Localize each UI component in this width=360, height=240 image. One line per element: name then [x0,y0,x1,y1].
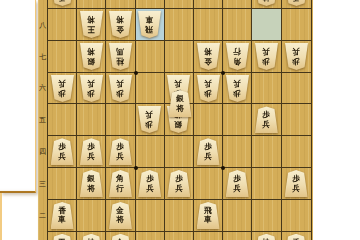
piece-kanji: 歩 [204,142,212,152]
board-square[interactable]: 銀将 [77,41,106,73]
shogi-piece-歩兵-bottom[interactable]: 歩兵 [226,170,249,197]
piece-kanji: 歩 [87,142,95,152]
shogi-piece-歩兵-top[interactable]: 歩兵 [197,75,220,102]
piece-kanji: 王 [87,24,95,34]
board-square[interactable]: 角行 [223,41,252,73]
board-square[interactable]: 桂馬 [252,0,281,9]
shogi-piece-歩兵-bottom[interactable]: 歩兵 [167,170,190,197]
piece-kanji: 行 [233,47,241,57]
board-square[interactable]: 歩兵 [282,168,311,200]
board-square[interactable]: 桂馬 [106,41,135,73]
piece-kanji: 兵 [175,184,183,194]
board-square[interactable]: 飛車 [194,200,223,232]
piece-kanji: 将 [204,47,212,57]
board-square[interactable] [194,232,223,240]
board-square[interactable]: 金将 [194,41,223,73]
board-square[interactable]: 金将 [106,200,135,232]
piece-stand-top-player[interactable] [0,0,36,193]
piece-kanji: 歩 [175,174,183,184]
piece-kanji: 桂 [263,0,271,2]
board-square[interactable] [282,200,311,232]
piece-kanji: 歩 [58,142,66,152]
shogi-piece-角行-bottom[interactable]: 角行 [109,170,132,197]
piece-kanji: 歩 [204,88,212,98]
shogi-piece-金将-top[interactable]: 金将 [109,11,132,38]
shogi-piece-桂馬-top[interactable]: 桂馬 [109,43,132,70]
shogi-piece-歩兵-top[interactable]: 歩兵 [255,43,278,70]
piece-kanji: 歩 [87,88,95,98]
piece-kanji: 歩 [263,56,271,66]
shogi-piece-飛車-bottom[interactable]: 飛車 [197,202,220,229]
board-square[interactable] [136,136,165,168]
piece-kanji: 角 [233,56,241,66]
shogi-piece-歩兵-top[interactable]: 歩兵 [80,75,103,102]
board-square[interactable] [252,200,281,232]
shogi-piece-金将-top[interactable]: 金将 [197,43,220,70]
piece-kanji: 銀 [175,120,183,130]
shogi-app: 九八七六五四三二一 香車桂馬香車王将金将飛車銀将桂馬金将角行歩兵歩兵歩兵歩兵歩兵… [0,0,360,240]
piece-kanji: 兵 [87,152,95,162]
shogi-piece-歩兵-top[interactable]: 歩兵 [226,75,249,102]
board-square[interactable]: 歩兵 [136,104,165,136]
board-square[interactable] [165,41,194,73]
shogi-board: 九八七六五四三二一 香車桂馬香車王将金将飛車銀将桂馬金将角行歩兵歩兵歩兵歩兵歩兵… [38,0,313,240]
piece-kanji: 歩 [263,110,271,120]
piece-kanji: 飛 [146,24,154,34]
board-square[interactable]: 桂馬 [77,232,106,240]
board-square[interactable] [252,168,281,200]
piece-kanji: 香 [58,0,66,2]
board-square[interactable] [106,0,135,9]
board-square[interactable] [282,9,311,41]
shogi-piece-歩兵-bottom[interactable]: 歩兵 [138,170,161,197]
piece-kanji: 歩 [146,120,154,130]
piece-kanji: 兵 [58,79,66,89]
piece-kanji: 兵 [117,79,125,89]
board-square[interactable]: 歩兵 [106,73,135,105]
piece-kanji: 車 [58,215,66,225]
piece-kanji: 歩 [292,174,300,184]
board-square[interactable]: 香車 [282,232,311,240]
board-square[interactable]: 玉将 [48,232,77,240]
board-square[interactable]: 銀将 [77,168,106,200]
piece-kanji: 兵 [146,110,154,120]
board-square[interactable]: 飛車 [136,9,165,41]
board-square[interactable] [282,104,311,136]
board-square[interactable] [106,104,135,136]
board-square[interactable]: 歩兵 [223,73,252,105]
board-square[interactable] [165,136,194,168]
board-square[interactable]: 歩兵 [252,41,281,73]
shogi-piece-角行-top[interactable]: 角行 [226,43,249,70]
piece-kanji: 将 [176,104,184,114]
board-square[interactable] [136,73,165,105]
piece-kanji: 兵 [263,120,271,130]
shogi-piece-歩兵-top[interactable]: 歩兵 [109,75,132,102]
piece-kanji: 金 [117,24,125,34]
piece-kanji: 馬 [117,47,125,57]
board-square[interactable]: 桂馬 [252,232,281,240]
board-square[interactable]: 歩兵 [106,136,135,168]
shogi-piece-歩兵-top[interactable]: 歩兵 [285,43,308,70]
board-square[interactable] [223,0,252,9]
board-square[interactable] [252,9,281,41]
piece-kanji: 銀 [87,174,95,184]
rank-label-四: 四 [38,148,47,157]
piece-kanji: 車 [204,215,212,225]
board-square[interactable] [194,0,223,9]
board-square[interactable] [165,0,194,9]
board-square[interactable] [165,9,194,41]
board-square[interactable] [194,9,223,41]
piece-kanji: 兵 [117,152,125,162]
piece-kanji: 銀 [87,56,95,66]
star-point [221,71,225,75]
shogi-piece-金将-bottom[interactable]: 金将 [109,202,132,229]
shogi-piece-銀将-top[interactable]: 銀将 [80,43,103,70]
board-square[interactable] [77,0,106,9]
board-square[interactable]: 歩兵 [77,136,106,168]
piece-stand-bottom-player[interactable]: 銀将 [0,193,37,240]
board-square[interactable]: 金将 [106,232,135,240]
shogi-piece-飛車-top[interactable]: 飛車 [138,11,161,38]
board-square[interactable]: 香車 [48,0,77,9]
board-square[interactable]: 歩兵 [77,73,106,105]
piece-kanji: 兵 [292,47,300,57]
board-square[interactable]: 歩兵 [48,136,77,168]
piece-kanji: 歩 [233,88,241,98]
piece-kanji: 兵 [204,79,212,89]
board-square[interactable] [136,200,165,232]
rank-label-五: 五 [38,116,47,125]
board-square[interactable] [282,136,311,168]
board-square[interactable]: 歩兵 [194,73,223,105]
piece-kanji: 兵 [175,79,183,89]
board-grid: 香車桂馬香車王将金将飛車銀将桂馬金将角行歩兵歩兵歩兵歩兵歩兵歩兵歩兵歩兵歩兵銀将… [47,0,312,240]
piece-kanji: 桂 [117,56,125,66]
board-square[interactable]: 王将 [77,9,106,41]
shogi-piece-香車-bottom[interactable]: 香車 [51,202,74,229]
piece-kanji: 兵 [146,184,154,194]
shogi-piece-銀将-bottom[interactable]: 銀将 [169,90,192,117]
piece-kanji: 歩 [233,174,241,184]
board-square[interactable] [48,41,77,73]
board-square[interactable]: 角行 [106,168,135,200]
piece-kanji: 香 [292,0,300,2]
piece-kanji: 将 [87,15,95,25]
board-square[interactable] [165,232,194,240]
board-square[interactable] [194,104,223,136]
shogi-piece-香車-top[interactable]: 香車 [285,0,308,6]
piece-kanji: 将 [117,15,125,25]
board-square[interactable] [136,41,165,73]
shogi-piece-歩兵-top[interactable]: 歩兵 [51,75,74,102]
rank-label-八: 八 [38,21,47,30]
board-square[interactable] [48,104,77,136]
piece-kanji: 角 [117,174,125,184]
board-square[interactable] [252,136,281,168]
star-point [134,71,138,75]
piece-kanji: 兵 [292,184,300,194]
piece-kanji: 兵 [204,152,212,162]
piece-kanji: 歩 [117,88,125,98]
board-square[interactable] [77,104,106,136]
board-square[interactable] [223,9,252,41]
piece-kanji: 歩 [146,174,154,184]
rank-label-二: 二 [38,212,47,221]
board-square[interactable]: 歩兵 [282,41,311,73]
rank-label-六: 六 [38,84,47,93]
board-square[interactable] [282,73,311,105]
piece-kanji: 歩 [292,56,300,66]
board-square[interactable] [223,104,252,136]
shogi-piece-香車-top[interactable]: 香車 [51,0,74,6]
piece-kanji: 金 [117,206,125,216]
piece-kanji: 兵 [233,184,241,194]
shogi-piece-玉将-bottom[interactable]: 玉将 [51,234,74,240]
board-square[interactable] [77,200,106,232]
shogi-piece-歩兵-bottom[interactable]: 歩兵 [109,138,132,165]
board-square[interactable] [252,73,281,105]
shogi-piece-歩兵-bottom[interactable]: 歩兵 [51,138,74,165]
board-square[interactable]: 歩兵 [165,168,194,200]
shogi-piece-歩兵-bottom[interactable]: 歩兵 [197,138,220,165]
board-square[interactable] [136,0,165,9]
shogi-piece-桂馬-bottom[interactable]: 桂馬 [255,234,278,240]
board-square[interactable] [165,200,194,232]
board-square[interactable] [136,232,165,240]
piece-kanji: 歩 [117,142,125,152]
piece-kanji: 行 [117,184,125,194]
piece-kanji: 兵 [263,47,271,57]
piece-kanji: 兵 [87,79,95,89]
shogi-piece-歩兵-bottom[interactable]: 歩兵 [285,170,308,197]
board-square[interactable]: 歩兵 [136,168,165,200]
piece-kanji: 金 [204,56,212,66]
shogi-piece-歩兵-bottom[interactable]: 歩兵 [255,106,278,133]
board-square[interactable]: 香車 [282,0,311,9]
star-point [134,166,138,170]
piece-kanji: 兵 [58,152,66,162]
rank-label-三: 三 [38,180,47,189]
piece-kanji: 兵 [233,79,241,89]
board-square[interactable]: 歩兵 [194,136,223,168]
board-square[interactable] [223,136,252,168]
board-square[interactable]: 歩兵 [223,168,252,200]
rank-label-七: 七 [38,53,47,62]
board-square[interactable]: 歩兵 [48,73,77,105]
shogi-piece-歩兵-bottom[interactable]: 歩兵 [80,138,103,165]
piece-kanji: 車 [146,15,154,25]
board-square[interactable]: 歩兵 [252,104,281,136]
piece-kanji: 銀 [176,94,184,104]
shogi-piece-王将-top[interactable]: 王将 [80,11,103,38]
shogi-piece-金将-bottom[interactable]: 金将 [109,234,132,240]
board-square[interactable] [223,200,252,232]
piece-kanji: 将 [87,184,95,194]
board-square[interactable] [48,168,77,200]
shogi-piece-香車-bottom[interactable]: 香車 [285,234,308,240]
piece-kanji: 香 [58,206,66,216]
board-square[interactable]: 金将 [106,9,135,41]
board-square[interactable]: 香車 [48,200,77,232]
board-square[interactable] [194,168,223,200]
shogi-piece-銀将-bottom[interactable]: 銀将 [80,170,103,197]
piece-kanji: 将 [117,215,125,225]
piece-kanji: 飛 [204,206,212,216]
board-square[interactable] [223,232,252,240]
piece-kanji: 将 [87,47,95,57]
piece-kanji: 歩 [58,88,66,98]
board-square[interactable] [48,9,77,41]
shogi-piece-桂馬-bottom[interactable]: 桂馬 [80,234,103,240]
shogi-piece-歩兵-top[interactable]: 歩兵 [138,106,161,133]
shogi-piece-桂馬-top[interactable]: 桂馬 [255,0,278,6]
